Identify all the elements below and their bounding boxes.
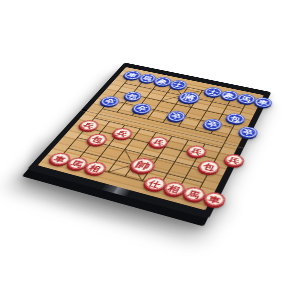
blue-horse-glyph: 馬 <box>141 75 153 81</box>
red-soldier-glyph: 兵 <box>227 155 241 164</box>
blue-soldier-glyph: 卒 <box>206 120 219 128</box>
blue-elephant-glyph: 象 <box>223 92 235 99</box>
blue-elephant-glyph: 象 <box>157 78 169 84</box>
red-general-glyph: 帥 <box>134 159 153 170</box>
blue-cannon[interactable]: 包 <box>121 90 144 102</box>
red-cannon-glyph: 包 <box>202 162 216 171</box>
blue-general[interactable]: 將 <box>176 90 202 104</box>
red-horse-glyph: 馬 <box>187 188 202 198</box>
blue-chariot-glyph: 車 <box>126 72 138 78</box>
red-soldier-glyph: 兵 <box>82 121 96 129</box>
red-soldier[interactable]: 兵 <box>184 143 209 158</box>
red-cannon[interactable]: 包 <box>196 159 221 175</box>
red-chariot-glyph: 車 <box>52 154 67 163</box>
blue-soldier-glyph: 卒 <box>135 105 148 112</box>
red-soldier-glyph: 兵 <box>115 129 129 137</box>
blue-soldier[interactable]: 卒 <box>236 125 259 139</box>
blue-soldier-glyph: 卒 <box>103 98 116 105</box>
product-photo-scene: 車馬象士士象馬車將包包卒卒卒卒卒兵兵兵兵兵包包帥車馬相仕相馬車 <box>0 0 290 290</box>
red-soldier[interactable]: 兵 <box>76 118 101 132</box>
blue-soldier[interactable]: 卒 <box>165 109 188 122</box>
blue-soldier[interactable]: 卒 <box>201 117 224 131</box>
blue-cannon-glyph: 包 <box>229 115 242 123</box>
blue-cannon-glyph: 包 <box>126 93 139 100</box>
blue-advisor-glyph: 士 <box>207 88 219 95</box>
blue-chariot[interactable]: 車 <box>252 96 273 108</box>
red-chariot-glyph: 車 <box>207 194 222 205</box>
blue-soldier-glyph: 卒 <box>170 112 183 119</box>
red-general[interactable]: 帥 <box>127 155 158 174</box>
blue-advisor-glyph: 士 <box>172 81 184 87</box>
red-cannon-glyph: 包 <box>90 135 105 143</box>
blue-cannon[interactable]: 包 <box>224 112 247 125</box>
blue-general-glyph: 將 <box>182 93 198 101</box>
blue-chariot-glyph: 車 <box>257 99 269 106</box>
blue-soldier[interactable]: 卒 <box>130 102 153 115</box>
red-soldier[interactable]: 兵 <box>222 152 247 168</box>
red-soldier-glyph: 兵 <box>152 138 166 146</box>
blue-horse-glyph: 馬 <box>240 95 252 102</box>
red-soldier-glyph: 兵 <box>190 147 204 156</box>
red-soldier[interactable]: 兵 <box>110 126 135 140</box>
red-cannon[interactable]: 包 <box>84 132 110 147</box>
red-soldier[interactable]: 兵 <box>146 135 171 150</box>
red-horse-glyph: 馬 <box>70 159 85 168</box>
red-elephant-glyph: 相 <box>88 163 103 172</box>
blue-soldier-glyph: 卒 <box>242 128 255 136</box>
red-advisor-glyph: 仕 <box>147 178 162 188</box>
red-elephant-glyph: 相 <box>167 183 182 193</box>
blue-soldier[interactable]: 卒 <box>98 95 121 107</box>
